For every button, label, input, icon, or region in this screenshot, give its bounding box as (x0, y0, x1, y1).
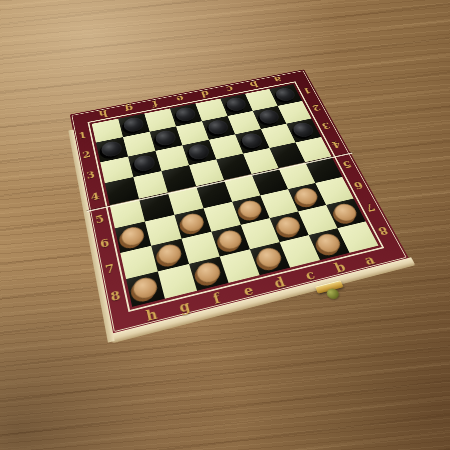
black-man-b2[interactable] (257, 108, 281, 125)
wood-man-b6[interactable] (293, 186, 320, 207)
product-photo-scene: hgfedcba hgfedcba 12345678 12345678 (0, 0, 450, 450)
wood-man-e7[interactable] (216, 228, 244, 251)
black-man-a3[interactable] (291, 121, 316, 138)
wood-man-d8[interactable] (255, 246, 284, 270)
black-man-e1[interactable] (174, 106, 197, 123)
wood-man-d6[interactable] (237, 198, 264, 219)
wood-man-f6[interactable] (179, 211, 206, 233)
black-man-d2[interactable] (206, 118, 230, 135)
black-man-f2[interactable] (154, 129, 178, 147)
black-man-a1[interactable] (273, 86, 297, 102)
black-man-h2[interactable] (100, 140, 123, 158)
black-man-c3[interactable] (239, 132, 264, 150)
black-man-e3[interactable] (187, 142, 211, 160)
wood-man-h8[interactable] (131, 275, 159, 301)
black-man-g3[interactable] (132, 154, 156, 173)
wood-man-c7[interactable] (275, 215, 303, 237)
wood-man-f8[interactable] (194, 260, 223, 285)
black-man-g1[interactable] (122, 116, 145, 133)
wood-man-a7[interactable] (331, 202, 360, 223)
black-man-c1[interactable] (224, 96, 247, 112)
wood-man-h6[interactable] (120, 225, 146, 248)
wood-man-g7[interactable] (156, 242, 183, 266)
wood-man-b8[interactable] (314, 231, 343, 254)
